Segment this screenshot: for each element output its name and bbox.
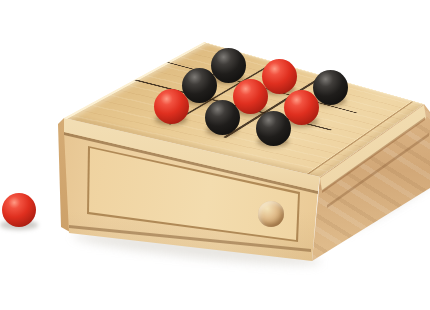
piece-red-r0c1[interactable] [262,59,297,94]
piece-black-r2c2[interactable] [256,111,291,146]
piece-red-r2c0[interactable] [154,89,189,124]
pieces-layer [0,0,430,310]
scene: tic-tac-toe [0,0,430,310]
piece-black-r0c2[interactable] [313,70,348,105]
piece-black-r2c1[interactable] [205,100,240,135]
piece-red-r1c2[interactable] [284,90,319,125]
piece-red-r1c1[interactable] [233,79,268,114]
piece-black-r0c0[interactable] [211,48,246,83]
piece-black-r1c0[interactable] [182,68,217,103]
